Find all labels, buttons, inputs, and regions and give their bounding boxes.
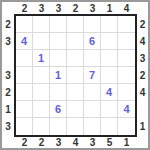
clue-right-3: 3 (137, 50, 148, 67)
cell-r6c2[interactable] (33, 101, 50, 118)
cell-r7c5[interactable] (84, 118, 101, 135)
cell-r1c6[interactable] (101, 16, 118, 33)
clue-left-7: 3 (2, 118, 14, 135)
cell-r1c1[interactable] (16, 16, 33, 33)
cell-r6c7[interactable]: 4 (118, 101, 135, 118)
cell-r7c1[interactable] (16, 118, 33, 135)
cell-r5c3[interactable] (50, 84, 67, 101)
cell-r4c5[interactable]: 7 (84, 67, 101, 84)
clue-right-6 (137, 101, 148, 118)
cell-r5c5[interactable] (84, 84, 101, 101)
cell-r5c2[interactable] (33, 84, 50, 101)
cell-r7c7[interactable] (118, 118, 135, 135)
cell-r3c5[interactable] (84, 50, 101, 67)
clue-top-7: 4 (118, 2, 135, 14)
cell-r6c4[interactable] (67, 101, 84, 118)
cell-r6c1[interactable] (16, 101, 33, 118)
clue-top-5: 3 (84, 2, 101, 14)
clue-bottom-3: 3 (50, 137, 67, 148)
cell-r4c4[interactable] (67, 67, 84, 84)
cell-r2c1[interactable]: 4 (16, 33, 33, 50)
cell-r2c6[interactable] (101, 33, 118, 50)
cell-r7c3[interactable] (50, 118, 67, 135)
board: 46117464 (14, 14, 137, 137)
clue-bottom-1: 2 (16, 137, 33, 148)
clues-right: 243241 (137, 16, 148, 135)
cell-r3c4[interactable] (67, 50, 84, 67)
clue-top-6: 1 (101, 2, 118, 14)
cell-r6c6[interactable] (101, 101, 118, 118)
cell-r6c3[interactable]: 6 (50, 101, 67, 118)
clue-right-5: 4 (137, 84, 148, 101)
clue-left-3 (2, 50, 14, 67)
clue-bottom-5: 3 (84, 137, 101, 148)
cell-r3c1[interactable] (16, 50, 33, 67)
cell-r4c3[interactable]: 1 (50, 67, 67, 84)
cell-r4c2[interactable] (33, 67, 50, 84)
cell-r1c3[interactable] (50, 16, 67, 33)
cell-r7c4[interactable] (67, 118, 84, 135)
cell-r3c6[interactable] (101, 50, 118, 67)
cell-r1c7[interactable] (118, 16, 135, 33)
cell-r1c5[interactable] (84, 16, 101, 33)
clue-right-1: 2 (137, 16, 148, 33)
cell-r4c6[interactable] (101, 67, 118, 84)
clue-left-2: 3 (2, 33, 14, 50)
cell-r4c1[interactable] (16, 67, 33, 84)
cell-r6c5[interactable] (84, 101, 101, 118)
cell-r7c6[interactable] (101, 118, 118, 135)
clue-right-2: 4 (137, 33, 148, 50)
cell-r5c4[interactable] (67, 84, 84, 101)
puzzle-frame: 2332314 233213 243241 2234351 46117464 (0, 0, 150, 150)
cell-r2c4[interactable] (67, 33, 84, 50)
clue-top-4: 2 (67, 2, 84, 14)
cell-r2c3[interactable] (50, 33, 67, 50)
clue-bottom-7: 1 (118, 137, 135, 148)
cell-r1c4[interactable] (67, 16, 84, 33)
clue-bottom-4: 4 (67, 137, 84, 148)
clues-top: 2332314 (16, 2, 135, 14)
clue-bottom-6: 5 (101, 137, 118, 148)
cell-r2c7[interactable] (118, 33, 135, 50)
clue-left-1: 2 (2, 16, 14, 33)
cell-r2c5[interactable]: 6 (84, 33, 101, 50)
clue-top-1: 2 (16, 2, 33, 14)
clue-bottom-2: 2 (33, 137, 50, 148)
clue-left-5: 2 (2, 84, 14, 101)
cell-r5c6[interactable]: 4 (101, 84, 118, 101)
cell-r5c7[interactable] (118, 84, 135, 101)
clue-right-4: 2 (137, 67, 148, 84)
clue-left-4: 3 (2, 67, 14, 84)
clues-bottom: 2234351 (16, 137, 135, 148)
cell-r2c2[interactable] (33, 33, 50, 50)
cell-r4c7[interactable] (118, 67, 135, 84)
clue-left-6: 1 (2, 101, 14, 118)
clue-top-3: 3 (50, 2, 67, 14)
cell-r1c2[interactable] (33, 16, 50, 33)
cell-r5c1[interactable] (16, 84, 33, 101)
clue-right-7: 1 (137, 118, 148, 135)
cell-r3c2[interactable]: 1 (33, 50, 50, 67)
cell-r3c3[interactable] (50, 50, 67, 67)
clues-left: 233213 (2, 16, 14, 135)
cell-r7c2[interactable] (33, 118, 50, 135)
cell-r3c7[interactable] (118, 50, 135, 67)
clue-top-2: 3 (33, 2, 50, 14)
